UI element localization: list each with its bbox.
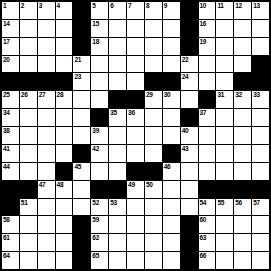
white-cell[interactable]: 21 xyxy=(73,56,90,73)
white-cell[interactable] xyxy=(252,252,269,269)
black-cell xyxy=(181,252,198,269)
white-cell[interactable] xyxy=(109,20,126,37)
white-cell[interactable] xyxy=(73,181,90,198)
white-cell[interactable] xyxy=(216,38,233,55)
white-cell[interactable] xyxy=(20,20,37,37)
white-cell[interactable] xyxy=(56,20,73,37)
black-cell xyxy=(2,73,19,90)
white-cell[interactable] xyxy=(56,145,73,162)
clue-number: 37 xyxy=(200,109,207,116)
white-cell[interactable] xyxy=(163,234,180,251)
white-cell[interactable] xyxy=(234,109,251,126)
white-cell[interactable] xyxy=(216,216,233,233)
clue-number: 58 xyxy=(3,216,10,223)
white-cell[interactable] xyxy=(234,20,251,37)
white-cell[interactable] xyxy=(20,56,37,73)
white-cell[interactable]: 24 xyxy=(181,73,198,90)
white-cell[interactable] xyxy=(252,145,269,162)
white-cell[interactable]: 50 xyxy=(145,181,162,198)
white-cell[interactable] xyxy=(91,91,108,108)
white-cell[interactable]: 59 xyxy=(91,216,108,233)
black-cell xyxy=(109,181,126,198)
white-cell[interactable] xyxy=(109,216,126,233)
clue-number: 40 xyxy=(182,127,189,134)
white-cell[interactable] xyxy=(234,127,251,144)
black-cell xyxy=(56,73,73,90)
clue-number: 55 xyxy=(217,199,224,206)
white-cell[interactable] xyxy=(109,145,126,162)
white-cell[interactable] xyxy=(163,56,180,73)
clue-number: 42 xyxy=(92,145,99,152)
clue-number: 63 xyxy=(200,234,207,241)
white-cell[interactable] xyxy=(38,38,55,55)
white-cell[interactable]: 30 xyxy=(163,91,180,108)
white-cell[interactable] xyxy=(127,199,144,216)
white-cell[interactable] xyxy=(252,216,269,233)
white-cell[interactable]: 54 xyxy=(199,199,216,216)
white-cell[interactable]: 38 xyxy=(2,127,19,144)
white-cell[interactable] xyxy=(127,252,144,269)
white-cell[interactable]: 43 xyxy=(181,145,198,162)
clue-number: 20 xyxy=(3,56,10,63)
black-cell xyxy=(181,109,198,126)
white-cell[interactable] xyxy=(234,56,251,73)
clue-number: 11 xyxy=(217,2,223,9)
clue-number: 53 xyxy=(110,199,117,206)
black-cell xyxy=(73,252,90,269)
clue-number: 65 xyxy=(92,252,99,259)
white-cell[interactable]: 4 xyxy=(56,2,73,19)
white-cell[interactable]: 40 xyxy=(181,127,198,144)
white-cell[interactable]: 65 xyxy=(91,252,108,269)
white-cell[interactable]: 1 xyxy=(2,2,19,19)
white-cell[interactable] xyxy=(56,109,73,126)
clue-number: 62 xyxy=(92,234,99,241)
clue-number: 49 xyxy=(128,181,135,188)
black-cell xyxy=(145,163,162,180)
clue-number: 66 xyxy=(200,252,207,259)
clue-number: 50 xyxy=(146,181,153,188)
clue-number: 45 xyxy=(74,163,81,170)
white-cell[interactable]: 41 xyxy=(2,145,19,162)
white-cell[interactable]: 51 xyxy=(20,199,37,216)
clue-number: 15 xyxy=(92,20,99,27)
white-cell[interactable]: 64 xyxy=(2,252,19,269)
white-cell[interactable]: 25 xyxy=(2,91,19,108)
black-cell xyxy=(127,91,144,108)
white-cell[interactable]: 28 xyxy=(56,91,73,108)
white-cell[interactable]: 5 xyxy=(91,2,108,19)
white-cell[interactable] xyxy=(127,145,144,162)
white-cell[interactable]: 49 xyxy=(127,181,144,198)
white-cell[interactable] xyxy=(216,145,233,162)
white-cell[interactable]: 27 xyxy=(38,91,55,108)
white-cell[interactable] xyxy=(252,20,269,37)
white-cell[interactable] xyxy=(38,199,55,216)
white-cell[interactable] xyxy=(234,234,251,251)
white-cell[interactable] xyxy=(199,56,216,73)
white-cell[interactable] xyxy=(234,163,251,180)
white-cell[interactable] xyxy=(38,216,55,233)
black-cell xyxy=(234,181,251,198)
clue-number: 23 xyxy=(74,73,81,80)
black-cell xyxy=(234,73,251,90)
clue-number: 36 xyxy=(128,109,135,116)
white-cell[interactable] xyxy=(145,145,162,162)
crossword-board: 1234567891011121314151617181920212223242… xyxy=(0,0,271,271)
white-cell[interactable] xyxy=(127,127,144,144)
white-cell[interactable]: 34 xyxy=(2,109,19,126)
white-cell[interactable] xyxy=(56,234,73,251)
clue-number: 46 xyxy=(164,163,171,170)
white-cell[interactable] xyxy=(216,73,233,90)
clue-number: 38 xyxy=(3,127,10,134)
black-cell xyxy=(163,145,180,162)
white-cell[interactable]: 32 xyxy=(234,91,251,108)
white-cell[interactable] xyxy=(127,234,144,251)
clue-number: 26 xyxy=(21,91,28,98)
black-cell xyxy=(20,73,37,90)
white-cell[interactable] xyxy=(145,56,162,73)
white-cell[interactable] xyxy=(38,20,55,37)
white-cell[interactable]: 2 xyxy=(20,2,37,19)
white-cell[interactable]: 55 xyxy=(216,199,233,216)
white-cell[interactable]: 22 xyxy=(181,56,198,73)
clue-number: 32 xyxy=(235,91,242,98)
clue-number: 41 xyxy=(3,145,10,152)
white-cell[interactable] xyxy=(216,252,233,269)
white-cell[interactable] xyxy=(163,20,180,37)
white-cell[interactable] xyxy=(199,127,216,144)
white-cell[interactable]: 42 xyxy=(91,145,108,162)
white-cell[interactable]: 63 xyxy=(199,234,216,251)
white-cell[interactable]: 44 xyxy=(2,163,19,180)
black-cell xyxy=(181,38,198,55)
clue-number: 21 xyxy=(74,56,81,63)
clue-number: 18 xyxy=(92,38,99,45)
white-cell[interactable] xyxy=(38,127,55,144)
white-cell[interactable]: 61 xyxy=(2,234,19,251)
white-cell[interactable] xyxy=(252,127,269,144)
clue-number: 3 xyxy=(39,2,42,9)
black-cell xyxy=(73,20,90,37)
white-cell[interactable]: 9 xyxy=(163,2,180,19)
white-cell[interactable] xyxy=(73,127,90,144)
white-cell[interactable] xyxy=(181,181,198,198)
black-cell xyxy=(73,234,90,251)
white-cell[interactable] xyxy=(38,109,55,126)
clue-number: 43 xyxy=(182,145,189,152)
white-cell[interactable]: 8 xyxy=(145,2,162,19)
white-cell[interactable] xyxy=(163,252,180,269)
white-cell[interactable] xyxy=(38,252,55,269)
white-cell[interactable]: 62 xyxy=(91,234,108,251)
clue-number: 2 xyxy=(21,2,24,9)
clue-number: 16 xyxy=(200,20,207,27)
white-cell[interactable]: 15 xyxy=(91,20,108,37)
white-cell[interactable] xyxy=(20,252,37,269)
white-cell[interactable]: 12 xyxy=(234,2,251,19)
clue-number: 28 xyxy=(57,91,64,98)
black-cell xyxy=(252,56,269,73)
white-cell[interactable] xyxy=(234,216,251,233)
white-cell[interactable]: 45 xyxy=(73,163,90,180)
white-cell[interactable] xyxy=(56,127,73,144)
white-cell[interactable]: 7 xyxy=(127,2,144,19)
clue-number: 31 xyxy=(217,91,224,98)
white-cell[interactable] xyxy=(20,109,37,126)
clue-number: 8 xyxy=(146,2,149,9)
white-cell[interactable] xyxy=(234,38,251,55)
clue-number: 48 xyxy=(57,181,64,188)
white-cell[interactable] xyxy=(163,216,180,233)
clue-number: 51 xyxy=(21,199,28,206)
black-cell xyxy=(181,234,198,251)
white-cell[interactable] xyxy=(234,145,251,162)
black-cell xyxy=(199,181,216,198)
white-cell[interactable]: 66 xyxy=(199,252,216,269)
white-cell[interactable] xyxy=(199,163,216,180)
clue-number: 1 xyxy=(3,2,6,9)
white-cell[interactable] xyxy=(163,181,180,198)
clue-number: 39 xyxy=(92,127,99,134)
white-cell[interactable] xyxy=(181,199,198,216)
clue-number: 52 xyxy=(92,199,99,206)
white-cell[interactable] xyxy=(163,127,180,144)
black-cell xyxy=(199,91,216,108)
white-cell[interactable]: 39 xyxy=(91,127,108,144)
clue-number: 17 xyxy=(3,38,10,45)
white-cell[interactable] xyxy=(56,252,73,269)
white-cell[interactable] xyxy=(73,199,90,216)
black-cell xyxy=(2,181,19,198)
white-cell[interactable]: 19 xyxy=(199,38,216,55)
white-cell[interactable] xyxy=(56,216,73,233)
black-cell xyxy=(73,145,90,162)
white-cell[interactable] xyxy=(252,109,269,126)
clue-number: 30 xyxy=(164,91,171,98)
clue-number: 61 xyxy=(3,234,10,241)
clue-number: 13 xyxy=(253,2,260,9)
black-cell xyxy=(216,181,233,198)
white-cell[interactable] xyxy=(109,163,126,180)
white-cell[interactable]: 57 xyxy=(252,199,269,216)
black-cell xyxy=(181,2,198,19)
white-cell[interactable]: 18 xyxy=(91,38,108,55)
white-cell[interactable] xyxy=(38,234,55,251)
clue-number: 44 xyxy=(3,163,10,170)
black-cell xyxy=(38,73,55,90)
clue-number: 25 xyxy=(3,91,10,98)
clue-number: 14 xyxy=(3,20,10,27)
white-cell[interactable] xyxy=(216,127,233,144)
black-cell xyxy=(91,109,108,126)
clue-number: 24 xyxy=(182,73,189,80)
clue-number: 6 xyxy=(110,2,113,9)
white-cell[interactable] xyxy=(181,91,198,108)
white-cell[interactable] xyxy=(234,252,251,269)
clue-number: 57 xyxy=(253,199,260,206)
white-cell[interactable] xyxy=(109,38,126,55)
white-cell[interactable] xyxy=(91,163,108,180)
clue-number: 10 xyxy=(200,2,207,9)
white-cell[interactable]: 56 xyxy=(234,199,251,216)
black-cell xyxy=(73,216,90,233)
black-cell xyxy=(20,181,37,198)
white-cell[interactable] xyxy=(216,20,233,37)
white-cell[interactable] xyxy=(252,234,269,251)
white-cell[interactable] xyxy=(145,234,162,251)
white-cell[interactable]: 35 xyxy=(109,109,126,126)
white-cell[interactable] xyxy=(199,73,216,90)
white-cell[interactable]: 20 xyxy=(2,56,19,73)
white-cell[interactable] xyxy=(38,145,55,162)
white-cell[interactable] xyxy=(73,91,90,108)
white-cell[interactable] xyxy=(145,199,162,216)
white-cell[interactable] xyxy=(216,163,233,180)
white-cell[interactable]: 13 xyxy=(252,2,269,19)
black-cell xyxy=(73,38,90,55)
white-cell[interactable] xyxy=(20,163,37,180)
white-cell[interactable] xyxy=(145,127,162,144)
clue-number: 4 xyxy=(57,2,60,9)
white-cell[interactable] xyxy=(145,38,162,55)
clue-number: 54 xyxy=(200,199,207,206)
black-cell xyxy=(127,163,144,180)
clue-number: 19 xyxy=(200,38,207,45)
white-cell[interactable] xyxy=(109,234,126,251)
white-cell[interactable]: 16 xyxy=(199,20,216,37)
white-cell[interactable]: 48 xyxy=(56,181,73,198)
white-cell[interactable] xyxy=(109,56,126,73)
white-cell[interactable]: 6 xyxy=(109,2,126,19)
white-cell[interactable] xyxy=(145,252,162,269)
white-cell[interactable]: 46 xyxy=(163,163,180,180)
white-cell[interactable]: 11 xyxy=(216,2,233,19)
black-cell xyxy=(181,20,198,37)
clue-number: 47 xyxy=(39,181,46,188)
clue-number: 59 xyxy=(92,216,99,223)
white-cell[interactable] xyxy=(38,163,55,180)
white-cell[interactable]: 26 xyxy=(20,91,37,108)
white-cell[interactable] xyxy=(252,163,269,180)
white-cell[interactable] xyxy=(216,56,233,73)
white-cell[interactable] xyxy=(163,109,180,126)
white-cell[interactable] xyxy=(20,38,37,55)
white-cell[interactable] xyxy=(56,56,73,73)
white-cell[interactable] xyxy=(91,73,108,90)
white-cell[interactable]: 36 xyxy=(127,109,144,126)
white-cell[interactable] xyxy=(216,109,233,126)
clue-number: 7 xyxy=(128,2,131,9)
white-cell[interactable] xyxy=(216,234,233,251)
white-cell[interactable] xyxy=(252,38,269,55)
black-cell xyxy=(56,163,73,180)
black-cell xyxy=(2,199,19,216)
clue-number: 22 xyxy=(182,56,189,63)
black-cell xyxy=(181,216,198,233)
white-cell[interactable] xyxy=(127,73,144,90)
white-cell[interactable]: 17 xyxy=(2,38,19,55)
white-cell[interactable]: 47 xyxy=(38,181,55,198)
white-cell[interactable] xyxy=(109,73,126,90)
white-cell[interactable]: 31 xyxy=(216,91,233,108)
white-cell[interactable] xyxy=(163,38,180,55)
white-cell[interactable] xyxy=(109,127,126,144)
white-cell[interactable] xyxy=(91,56,108,73)
black-cell xyxy=(109,91,126,108)
clue-number: 12 xyxy=(235,2,242,9)
white-cell[interactable]: 52 xyxy=(91,199,108,216)
white-cell[interactable] xyxy=(163,199,180,216)
white-cell[interactable] xyxy=(20,145,37,162)
clue-number: 29 xyxy=(146,91,153,98)
white-cell[interactable]: 29 xyxy=(145,91,162,108)
white-cell[interactable] xyxy=(145,20,162,37)
white-cell[interactable] xyxy=(181,163,198,180)
white-cell[interactable] xyxy=(199,145,216,162)
white-cell[interactable] xyxy=(38,56,55,73)
white-cell[interactable] xyxy=(127,38,144,55)
white-cell[interactable] xyxy=(56,199,73,216)
white-cell[interactable]: 33 xyxy=(252,91,269,108)
white-cell[interactable]: 53 xyxy=(109,199,126,216)
white-cell[interactable]: 10 xyxy=(199,2,216,19)
black-cell xyxy=(252,73,269,90)
white-cell[interactable] xyxy=(127,56,144,73)
white-cell[interactable] xyxy=(145,216,162,233)
clue-number: 5 xyxy=(92,2,95,9)
clue-number: 56 xyxy=(235,199,242,206)
white-cell[interactable]: 3 xyxy=(38,2,55,19)
clue-number: 35 xyxy=(110,109,117,116)
white-cell[interactable] xyxy=(127,20,144,37)
white-cell[interactable] xyxy=(20,127,37,144)
clue-number: 34 xyxy=(3,109,10,116)
white-cell[interactable] xyxy=(73,109,90,126)
white-cell[interactable] xyxy=(20,234,37,251)
white-cell[interactable]: 58 xyxy=(2,216,19,233)
black-cell xyxy=(145,73,162,90)
clue-number: 9 xyxy=(164,2,167,9)
white-cell[interactable] xyxy=(109,252,126,269)
clue-number: 64 xyxy=(3,252,10,259)
white-cell[interactable] xyxy=(20,216,37,233)
clue-number: 27 xyxy=(39,91,46,98)
white-cell[interactable] xyxy=(127,216,144,233)
white-cell[interactable]: 23 xyxy=(73,73,90,90)
white-cell[interactable]: 37 xyxy=(199,109,216,126)
white-cell[interactable] xyxy=(56,38,73,55)
clue-number: 60 xyxy=(200,216,207,223)
white-cell[interactable]: 14 xyxy=(2,20,19,37)
black-cell xyxy=(163,73,180,90)
clue-number: 33 xyxy=(253,91,260,98)
white-cell[interactable] xyxy=(145,109,162,126)
black-cell xyxy=(91,181,108,198)
black-cell xyxy=(252,181,269,198)
white-cell[interactable]: 60 xyxy=(199,216,216,233)
black-cell xyxy=(73,2,90,19)
